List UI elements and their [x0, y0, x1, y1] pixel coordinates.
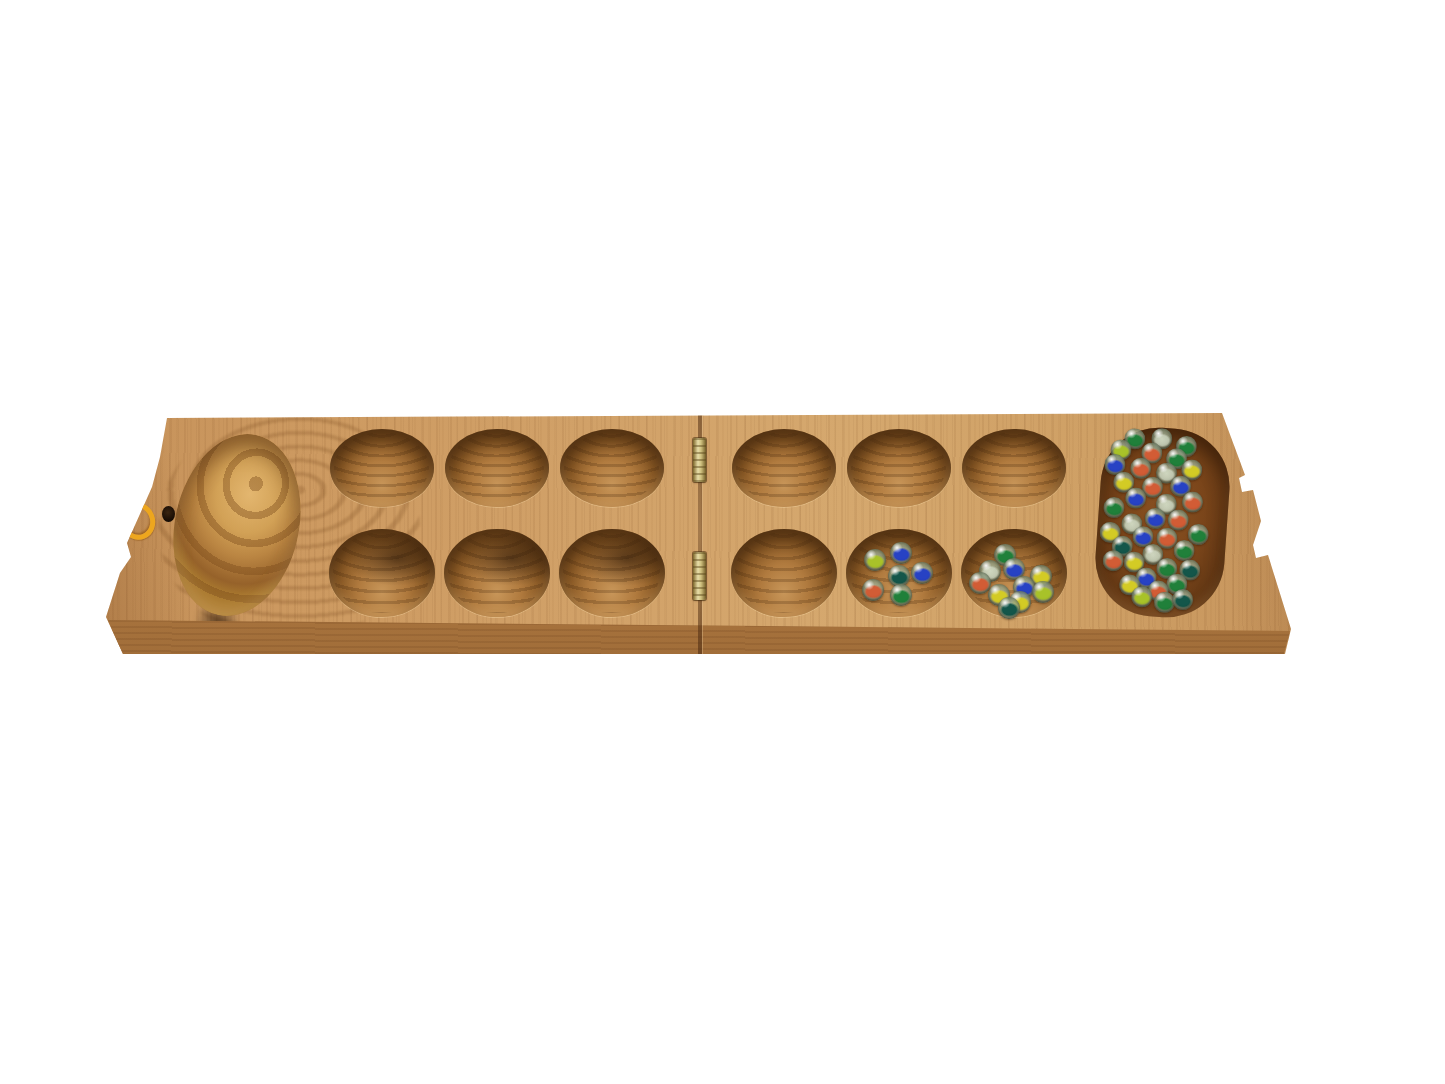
hanging-hole: [162, 506, 175, 522]
marble-blue: [911, 562, 933, 584]
marble-yellowgreen: [1131, 586, 1153, 608]
pit-a3[interactable]: [560, 429, 664, 507]
pit-a1[interactable]: [330, 429, 434, 507]
pit-b3[interactable]: [559, 529, 665, 617]
pit-b1[interactable]: [329, 529, 435, 617]
marble-blue: [890, 542, 912, 564]
marble-blue: [1125, 487, 1147, 509]
mancala-board: [100, 405, 1300, 670]
pit-b2[interactable]: [444, 529, 550, 617]
marble-green: [1173, 539, 1195, 561]
marble-green: [890, 584, 912, 606]
marble-orange: [862, 579, 884, 601]
pit-a5[interactable]: [847, 429, 951, 507]
right-store[interactable]: [1092, 424, 1234, 622]
marble-teal: [998, 597, 1020, 619]
brass-hinge-bottom: [693, 552, 706, 600]
marble-yellowgreen: [864, 549, 886, 571]
pit-a2[interactable]: [445, 429, 549, 507]
pit-b5[interactable]: [846, 529, 952, 617]
brass-hinge-top: [693, 438, 706, 482]
pit-a6[interactable]: [962, 429, 1066, 507]
marble-orange: [969, 572, 991, 594]
marble-green: [1103, 497, 1125, 519]
marble-teal: [1172, 589, 1194, 611]
pit-b6[interactable]: [961, 529, 1067, 617]
marble-yellowgreen: [1032, 581, 1054, 603]
pit-a4[interactable]: [732, 429, 836, 507]
marble-orange: [1102, 550, 1124, 572]
photo-scene: Open folding wooden mancala (kalaha) boa…: [0, 0, 1445, 1084]
marble-orange: [1181, 491, 1203, 513]
pit-b4[interactable]: [731, 529, 837, 617]
